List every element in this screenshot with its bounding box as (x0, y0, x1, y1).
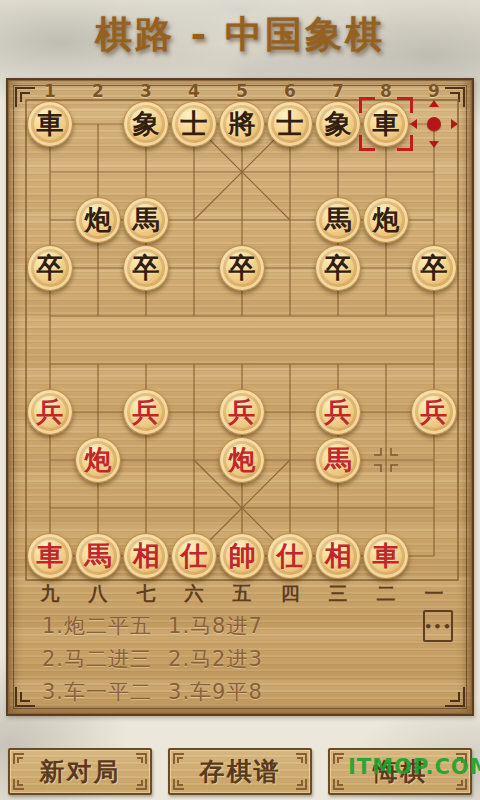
file-number-bottom: 五 (225, 581, 259, 607)
piece-glyph: 士 (181, 110, 208, 137)
piece-red-advisor[interactable]: 仕 (267, 533, 313, 579)
piece-black-elephant[interactable]: 象 (123, 101, 169, 147)
piece-red-horse[interactable]: 馬 (315, 437, 361, 483)
piece-red-soldier[interactable]: 兵 (411, 389, 457, 435)
piece-glyph: 車 (37, 542, 64, 569)
piece-black-cannon[interactable]: 炮 (75, 197, 121, 243)
piece-red-cannon[interactable]: 炮 (75, 437, 121, 483)
piece-black-soldier[interactable]: 卒 (123, 245, 169, 291)
piece-black-cannon[interactable]: 炮 (363, 197, 409, 243)
piece-glyph: 士 (277, 110, 304, 137)
move-list: 1.炮二平五1.马8进72.马二进三2.马2进33.车一平二3.车9平8 (42, 612, 263, 706)
piece-black-advisor[interactable]: 士 (267, 101, 313, 147)
piece-glyph: 兵 (133, 398, 160, 425)
piece-red-chariot[interactable]: 車 (363, 533, 409, 579)
piece-red-elephant[interactable]: 相 (315, 533, 361, 579)
red-move: 1.炮二平五 (42, 612, 152, 640)
piece-glyph: 車 (37, 110, 64, 137)
piece-black-elephant[interactable]: 象 (315, 101, 361, 147)
piece-glyph: 卒 (37, 254, 64, 281)
save-record-button[interactable]: 存棋谱 (168, 748, 312, 795)
piece-glyph: 車 (373, 542, 400, 569)
file-number-bottom: 一 (417, 581, 451, 607)
piece-black-chariot[interactable]: 車 (27, 101, 73, 147)
file-number-bottom: 七 (129, 581, 163, 607)
move-row: 1.炮二平五1.马8进7 (42, 612, 263, 640)
piece-glyph: 兵 (229, 398, 256, 425)
piece-black-soldier[interactable]: 卒 (219, 245, 265, 291)
piece-glyph: 兵 (421, 398, 448, 425)
file-number-bottom: 四 (273, 581, 307, 607)
move-row: 2.马二进三2.马2进3 (42, 645, 263, 673)
piece-glyph: 象 (325, 110, 352, 137)
piece-red-elephant[interactable]: 相 (123, 533, 169, 579)
app-title: 棋路 - 中国象棋 (0, 10, 480, 60)
piece-glyph: 仕 (277, 542, 304, 569)
black-move: 2.马2进3 (168, 645, 263, 673)
piece-glyph: 炮 (373, 206, 400, 233)
file-number-bottom: 二 (369, 581, 403, 607)
file-number-bottom: 九 (33, 581, 67, 607)
piece-black-soldier[interactable]: 卒 (411, 245, 457, 291)
piece-glyph: 相 (133, 542, 160, 569)
piece-black-general[interactable]: 將 (219, 101, 265, 147)
piece-glyph: 卒 (229, 254, 256, 281)
new-game-button[interactable]: 新对局 (8, 748, 152, 795)
file-number-bottom: 三 (321, 581, 355, 607)
piece-glyph: 帥 (229, 542, 256, 569)
file-number-bottom: 六 (177, 581, 211, 607)
piece-red-advisor[interactable]: 仕 (171, 533, 217, 579)
piece-red-cannon[interactable]: 炮 (219, 437, 265, 483)
piece-glyph: 象 (133, 110, 160, 137)
red-move: 2.马二进三 (42, 645, 152, 673)
piece-glyph: 卒 (133, 254, 160, 281)
piece-glyph: 炮 (85, 446, 112, 473)
black-move: 3.车9平8 (168, 678, 263, 706)
board-panel: 123456789 車象士將士象車炮馬馬炮卒卒卒卒卒兵兵兵兵兵炮炮馬車馬相仕帥仕… (6, 78, 474, 716)
piece-glyph: 馬 (325, 206, 352, 233)
undo-label: 悔棋 (373, 755, 427, 788)
piece-glyph: 炮 (85, 206, 112, 233)
piece-red-chariot[interactable]: 車 (27, 533, 73, 579)
piece-black-soldier[interactable]: 卒 (27, 245, 73, 291)
more-moves-button[interactable]: ••• (423, 610, 453, 642)
piece-glyph: 相 (325, 542, 352, 569)
file-number-bottom: 八 (81, 581, 115, 607)
piece-black-horse[interactable]: 馬 (123, 197, 169, 243)
piece-red-soldier[interactable]: 兵 (27, 389, 73, 435)
piece-black-chariot[interactable]: 車 (363, 101, 409, 147)
piece-glyph: 車 (373, 110, 400, 137)
piece-glyph: 卒 (421, 254, 448, 281)
piece-red-general[interactable]: 帥 (219, 533, 265, 579)
piece-glyph: 卒 (325, 254, 352, 281)
black-move: 1.马8进7 (168, 612, 263, 640)
piece-black-horse[interactable]: 馬 (315, 197, 361, 243)
undo-button[interactable]: 悔棋 (328, 748, 472, 795)
save-record-label: 存棋谱 (200, 755, 281, 788)
piece-glyph: 馬 (85, 542, 112, 569)
piece-red-horse[interactable]: 馬 (75, 533, 121, 579)
new-game-label: 新对局 (40, 755, 121, 788)
piece-red-soldier[interactable]: 兵 (315, 389, 361, 435)
piece-black-advisor[interactable]: 士 (171, 101, 217, 147)
piece-glyph: 兵 (325, 398, 352, 425)
piece-black-soldier[interactable]: 卒 (315, 245, 361, 291)
piece-glyph: 炮 (229, 446, 256, 473)
piece-glyph: 將 (229, 110, 256, 137)
piece-glyph: 馬 (133, 206, 160, 233)
piece-glyph: 兵 (37, 398, 64, 425)
piece-glyph: 馬 (325, 446, 352, 473)
red-move: 3.车一平二 (42, 678, 152, 706)
piece-red-soldier[interactable]: 兵 (123, 389, 169, 435)
move-row: 3.车一平二3.车9平8 (42, 678, 263, 706)
piece-red-soldier[interactable]: 兵 (219, 389, 265, 435)
piece-glyph: 仕 (181, 542, 208, 569)
